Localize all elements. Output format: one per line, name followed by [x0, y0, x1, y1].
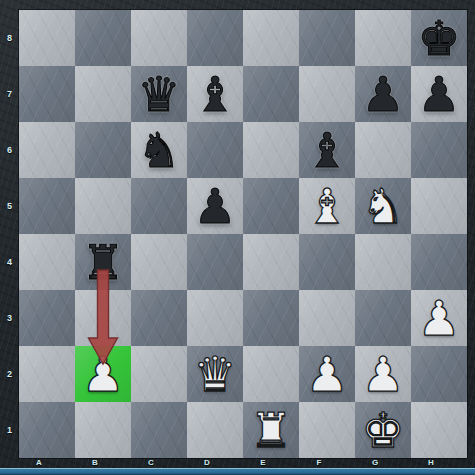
- square-d4[interactable]: [187, 234, 243, 290]
- square-g1[interactable]: ♚: [355, 402, 411, 458]
- square-b1[interactable]: [75, 402, 131, 458]
- square-g5[interactable]: ♞: [355, 178, 411, 234]
- square-b3[interactable]: [75, 290, 131, 346]
- square-d5[interactable]: ♟: [187, 178, 243, 234]
- square-a7[interactable]: [19, 66, 75, 122]
- rank-label-4: 4: [0, 257, 19, 267]
- square-d6[interactable]: [187, 122, 243, 178]
- square-f4[interactable]: [299, 234, 355, 290]
- square-g4[interactable]: [355, 234, 411, 290]
- black-bishop-d7[interactable]: ♝: [193, 66, 236, 122]
- square-e1[interactable]: ♜: [243, 402, 299, 458]
- rank-label-7: 7: [0, 89, 19, 99]
- square-b4[interactable]: ♜: [75, 234, 131, 290]
- square-d7[interactable]: ♝: [187, 66, 243, 122]
- square-e8[interactable]: [243, 10, 299, 66]
- white-king-g1[interactable]: ♚: [361, 402, 404, 458]
- square-c5[interactable]: [131, 178, 187, 234]
- white-rook-e1[interactable]: ♜: [249, 402, 292, 458]
- square-g6[interactable]: [355, 122, 411, 178]
- square-h3[interactable]: ♟: [411, 290, 467, 346]
- square-d3[interactable]: [187, 290, 243, 346]
- square-f1[interactable]: [299, 402, 355, 458]
- square-b7[interactable]: [75, 66, 131, 122]
- black-queen-c7[interactable]: ♛: [137, 66, 180, 122]
- black-rook-b4[interactable]: ♜: [81, 234, 124, 290]
- white-pawn-f2[interactable]: ♟: [305, 346, 348, 402]
- black-king-h8[interactable]: ♚: [417, 10, 460, 66]
- rank-label-3: 3: [0, 313, 19, 323]
- square-e4[interactable]: [243, 234, 299, 290]
- square-h1[interactable]: [411, 402, 467, 458]
- square-d8[interactable]: [187, 10, 243, 66]
- chess-board: ♚♛♝♟♟♞♝♟♝♞♜♟♟♛♟♟♜♚: [19, 10, 467, 458]
- square-c2[interactable]: [131, 346, 187, 402]
- rank-label-6: 6: [0, 145, 19, 155]
- square-b2-highlighted[interactable]: ♟: [75, 346, 131, 402]
- square-c1[interactable]: [131, 402, 187, 458]
- file-label-b: B: [67, 457, 123, 468]
- square-d2[interactable]: ♛: [187, 346, 243, 402]
- rank-label-8: 8: [0, 33, 19, 43]
- square-h5[interactable]: [411, 178, 467, 234]
- square-h4[interactable]: [411, 234, 467, 290]
- square-b6[interactable]: [75, 122, 131, 178]
- black-pawn-g7[interactable]: ♟: [361, 66, 404, 122]
- square-c7[interactable]: ♛: [131, 66, 187, 122]
- square-g2[interactable]: ♟: [355, 346, 411, 402]
- square-h2[interactable]: [411, 346, 467, 402]
- file-label-g: G: [347, 457, 403, 468]
- square-a8[interactable]: [19, 10, 75, 66]
- rank-label-1: 1: [0, 425, 19, 435]
- square-g8[interactable]: [355, 10, 411, 66]
- file-label-e: E: [235, 457, 291, 468]
- square-e7[interactable]: [243, 66, 299, 122]
- bottom-status-bar: [0, 468, 475, 475]
- square-e6[interactable]: [243, 122, 299, 178]
- rank-label-2: 2: [0, 369, 19, 379]
- black-pawn-h7[interactable]: ♟: [417, 66, 460, 122]
- square-a1[interactable]: [19, 402, 75, 458]
- white-pawn-b2[interactable]: ♟: [81, 346, 124, 402]
- square-h7[interactable]: ♟: [411, 66, 467, 122]
- square-f5[interactable]: ♝: [299, 178, 355, 234]
- square-h6[interactable]: [411, 122, 467, 178]
- square-a4[interactable]: [19, 234, 75, 290]
- square-f6[interactable]: ♝: [299, 122, 355, 178]
- square-a2[interactable]: [19, 346, 75, 402]
- square-c3[interactable]: [131, 290, 187, 346]
- rank-label-5: 5: [0, 201, 19, 211]
- square-a5[interactable]: [19, 178, 75, 234]
- square-c8[interactable]: [131, 10, 187, 66]
- square-h8[interactable]: ♚: [411, 10, 467, 66]
- square-a3[interactable]: [19, 290, 75, 346]
- white-queen-d2[interactable]: ♛: [193, 346, 236, 402]
- file-label-d: D: [179, 457, 235, 468]
- white-pawn-g2[interactable]: ♟: [361, 346, 404, 402]
- white-knight-g5[interactable]: ♞: [361, 178, 404, 234]
- file-label-f: F: [291, 457, 347, 468]
- file-label-a: A: [11, 457, 67, 468]
- square-b5[interactable]: [75, 178, 131, 234]
- square-b8[interactable]: [75, 10, 131, 66]
- white-bishop-f5[interactable]: ♝: [305, 178, 348, 234]
- chess-app-window: ♚♛♝♟♟♞♝♟♝♞♜♟♟♛♟♟♜♚ 87654321 ABCDEFGH: [0, 0, 475, 475]
- square-f3[interactable]: [299, 290, 355, 346]
- square-e5[interactable]: [243, 178, 299, 234]
- square-g3[interactable]: [355, 290, 411, 346]
- square-c6[interactable]: ♞: [131, 122, 187, 178]
- file-label-h: H: [403, 457, 459, 468]
- black-bishop-f6[interactable]: ♝: [305, 122, 348, 178]
- square-e2[interactable]: [243, 346, 299, 402]
- square-f7[interactable]: [299, 66, 355, 122]
- square-d1[interactable]: [187, 402, 243, 458]
- square-e3[interactable]: [243, 290, 299, 346]
- square-a6[interactable]: [19, 122, 75, 178]
- square-f8[interactable]: [299, 10, 355, 66]
- black-pawn-d5[interactable]: ♟: [193, 178, 236, 234]
- white-pawn-h3[interactable]: ♟: [417, 290, 460, 346]
- square-c4[interactable]: [131, 234, 187, 290]
- file-label-c: C: [123, 457, 179, 468]
- square-g7[interactable]: ♟: [355, 66, 411, 122]
- square-f2[interactable]: ♟: [299, 346, 355, 402]
- black-knight-c6[interactable]: ♞: [137, 122, 180, 178]
